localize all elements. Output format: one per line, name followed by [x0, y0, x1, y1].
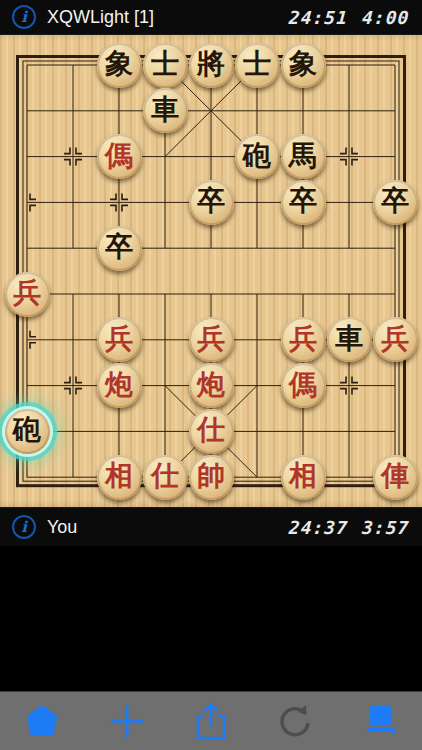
piece-glyph: 相	[105, 462, 133, 490]
share-icon	[189, 699, 233, 743]
piece-glyph: 傌	[105, 142, 133, 170]
piece-glyph: 砲	[243, 142, 271, 170]
piece-red-chariot[interactable]: 俥	[373, 455, 418, 500]
home-button[interactable]	[0, 692, 84, 750]
piece-glyph: 帥	[197, 462, 225, 490]
piece-glyph: 卒	[197, 187, 225, 215]
piece-glyph: 兵	[197, 325, 225, 353]
board-setup-button[interactable]	[338, 692, 422, 750]
piece-glyph: 仕	[151, 462, 179, 490]
piece-glyph: 砲	[13, 416, 41, 444]
piece-glyph: 士	[243, 50, 271, 78]
piece-black-cannon[interactable]: 砲	[235, 134, 280, 179]
piece-black-chariot[interactable]: 車	[143, 88, 188, 133]
piece-black-horse[interactable]: 馬	[281, 134, 326, 179]
piece-red-advisor[interactable]: 仕	[143, 455, 188, 500]
piece-glyph: 車	[335, 325, 363, 353]
piece-red-cannon[interactable]: 炮	[189, 363, 234, 408]
plus-icon	[105, 699, 149, 743]
piece-glyph: 卒	[289, 187, 317, 215]
piece-red-cannon[interactable]: 炮	[97, 363, 142, 408]
piece-glyph: 傌	[289, 371, 317, 399]
human-info-icon[interactable]: i	[12, 515, 36, 539]
piece-glyph: 炮	[197, 371, 225, 399]
engine-player-bar: i XQWLight [1] 24:51 4:00	[0, 0, 422, 35]
piece-red-soldier[interactable]: 兵	[97, 317, 142, 362]
piece-glyph: 將	[197, 50, 225, 78]
refresh-icon	[273, 699, 317, 743]
toolbar	[0, 691, 422, 750]
piece-glyph: 卒	[381, 187, 409, 215]
piece-black-advisor[interactable]: 士	[143, 43, 188, 88]
piece-glyph: 相	[289, 462, 317, 490]
human-clock-move: 3:57	[362, 517, 411, 538]
share-button[interactable]	[169, 692, 253, 750]
refresh-button[interactable]	[253, 692, 337, 750]
piece-black-soldier[interactable]: 卒	[281, 180, 326, 225]
piece-glyph: 炮	[105, 371, 133, 399]
engine-clock-move: 4:00	[362, 7, 411, 28]
piece-glyph: 兵	[289, 325, 317, 353]
engine-name: XQWLight [1]	[47, 7, 289, 28]
piece-black-advisor[interactable]: 士	[235, 43, 280, 88]
piece-glyph: 俥	[381, 462, 409, 490]
human-clocks: 24:37 3:57	[289, 517, 411, 538]
piece-black-elephant[interactable]: 象	[97, 43, 142, 88]
piece-red-horse[interactable]: 傌	[97, 134, 142, 179]
empty-area	[0, 546, 422, 691]
piece-glyph: 象	[289, 50, 317, 78]
piece-black-soldier[interactable]: 卒	[373, 180, 418, 225]
app-window: i XQWLight [1] 24:51 4:00 象士將士象車傌砲馬卒卒卒卒兵…	[0, 0, 422, 750]
piece-glyph: 卒	[105, 233, 133, 261]
xiangqi-board[interactable]: 象士將士象車傌砲馬卒卒卒卒兵兵兵兵車兵炮炮傌砲仕相仕帥相俥	[0, 35, 422, 507]
human-name: You	[47, 517, 289, 538]
piece-red-elephant[interactable]: 相	[97, 455, 142, 500]
piece-glyph: 兵	[13, 279, 41, 307]
piece-black-general[interactable]: 將	[189, 43, 234, 88]
piece-black-cannon[interactable]: 砲	[5, 409, 50, 454]
engine-clocks: 24:51 4:00	[289, 7, 411, 28]
piece-red-soldier[interactable]: 兵	[5, 272, 50, 317]
piece-black-chariot[interactable]: 車	[327, 317, 372, 362]
piece-red-horse[interactable]: 傌	[281, 363, 326, 408]
piece-glyph: 士	[151, 50, 179, 78]
piece-glyph: 車	[151, 96, 179, 124]
engine-info-icon[interactable]: i	[12, 5, 36, 29]
new-game-button[interactable]	[84, 692, 168, 750]
piece-glyph: 兵	[105, 325, 133, 353]
piece-red-general[interactable]: 帥	[189, 455, 234, 500]
piece-glyph: 象	[105, 50, 133, 78]
piece-red-advisor[interactable]: 仕	[189, 409, 234, 454]
human-player-bar: i You 24:37 3:57	[0, 507, 422, 546]
piece-glyph: 仕	[197, 416, 225, 444]
piece-red-soldier[interactable]: 兵	[189, 317, 234, 362]
piece-red-elephant[interactable]: 相	[281, 455, 326, 500]
human-clock-total: 24:37	[289, 517, 350, 538]
piece-black-soldier[interactable]: 卒	[189, 180, 234, 225]
piece-red-soldier[interactable]: 兵	[373, 317, 418, 362]
board-icon	[358, 699, 402, 743]
engine-clock-total: 24:51	[289, 7, 350, 28]
piece-black-elephant[interactable]: 象	[281, 43, 326, 88]
piece-glyph: 馬	[289, 142, 317, 170]
piece-red-soldier[interactable]: 兵	[281, 317, 326, 362]
piece-black-soldier[interactable]: 卒	[97, 226, 142, 271]
home-icon	[20, 699, 64, 743]
piece-glyph: 兵	[381, 325, 409, 353]
